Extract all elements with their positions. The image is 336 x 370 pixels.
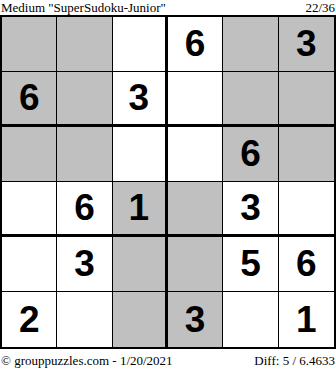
cell-r3c4[interactable] — [168, 127, 223, 182]
cell-r2c4[interactable] — [168, 72, 223, 127]
footer-bar: © grouppuzzles.com - 1/20/2021 Diff: 5 /… — [0, 349, 336, 370]
cell-r5c3[interactable] — [113, 237, 168, 292]
cell-r2c2[interactable] — [57, 72, 112, 127]
sudoku-board: 63636613356231 — [0, 15, 336, 349]
cell-r1c2[interactable] — [57, 17, 112, 72]
cell-r6c5[interactable] — [223, 292, 278, 347]
cell-r4c3: 1 — [113, 182, 168, 237]
cell-r1c1[interactable] — [2, 17, 57, 72]
cell-r4c4[interactable] — [168, 182, 223, 237]
progress-counter: 22/36 — [305, 1, 335, 15]
cell-r5c1[interactable] — [2, 237, 57, 292]
cell-r2c1: 6 — [2, 72, 57, 127]
cell-r6c6: 1 — [279, 292, 334, 347]
cell-r5c4[interactable] — [168, 237, 223, 292]
cell-r4c1[interactable] — [2, 182, 57, 237]
difficulty-text: Diff: 5 / 6.4633 — [254, 353, 335, 369]
cell-r6c4: 3 — [168, 292, 223, 347]
cell-r1c3[interactable] — [113, 17, 168, 72]
cell-r1c5[interactable] — [223, 17, 278, 72]
puzzle-page: Medium "SuperSudoku-Junior" 22/36 636366… — [0, 0, 336, 370]
cell-r6c2[interactable] — [57, 292, 112, 347]
cell-r3c3[interactable] — [113, 127, 168, 182]
cell-r3c2[interactable] — [57, 127, 112, 182]
cell-r3c6[interactable] — [279, 127, 334, 182]
cell-r3c5: 6 — [223, 127, 278, 182]
cell-r6c1: 2 — [2, 292, 57, 347]
copyright-text: © grouppuzzles.com - 1/20/2021 — [1, 353, 173, 369]
cell-r1c6: 3 — [279, 17, 334, 72]
header-bar: Medium "SuperSudoku-Junior" 22/36 — [0, 0, 336, 15]
cell-r1c4: 6 — [168, 17, 223, 72]
cell-r4c5: 3 — [223, 182, 278, 237]
cell-r2c3: 3 — [113, 72, 168, 127]
cell-r5c5: 5 — [223, 237, 278, 292]
cell-r3c1[interactable] — [2, 127, 57, 182]
cell-r5c2: 3 — [57, 237, 112, 292]
cell-r4c6[interactable] — [279, 182, 334, 237]
puzzle-title: Medium "SuperSudoku-Junior" — [1, 1, 166, 15]
cell-r5c6: 6 — [279, 237, 334, 292]
cell-r4c2: 6 — [57, 182, 112, 237]
cell-r6c3[interactable] — [113, 292, 168, 347]
cell-r2c6[interactable] — [279, 72, 334, 127]
cell-r2c5[interactable] — [223, 72, 278, 127]
